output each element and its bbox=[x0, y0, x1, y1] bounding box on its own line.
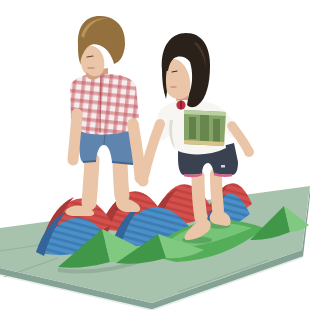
girl-back-leg bbox=[216, 174, 218, 210]
print-tree bbox=[213, 119, 220, 142]
boy-left-leg bbox=[89, 160, 92, 203]
boy-left-arm bbox=[73, 114, 77, 160]
boy-figure bbox=[65, 16, 145, 216]
girl-left-hand bbox=[244, 147, 254, 157]
girl-tshirt-print bbox=[184, 110, 226, 146]
scene-canvas bbox=[0, 0, 310, 310]
girl-shorts-logo bbox=[221, 165, 225, 168]
girl-right-arm bbox=[144, 124, 160, 176]
boy-shirt-placket bbox=[100, 76, 101, 133]
boy-right-arm bbox=[133, 124, 140, 174]
girl-front-leg bbox=[198, 176, 201, 218]
girl-right-hand bbox=[138, 176, 149, 187]
product-photo bbox=[0, 0, 310, 310]
print-tree bbox=[200, 115, 209, 141]
print-tree bbox=[189, 117, 196, 139]
